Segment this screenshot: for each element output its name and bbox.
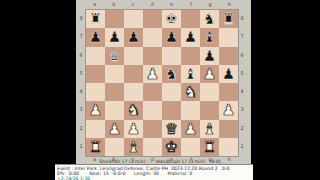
piece-black-bishop[interactable]: ♝ [184, 65, 197, 83]
piece-black-queen[interactable]: ♛ [108, 47, 121, 65]
piece-black-rook[interactable]: ♜ [222, 10, 235, 28]
file-label-f: f [181, 1, 200, 7]
piece-black-pawn[interactable]: ♟ [222, 65, 235, 83]
piece-black-pawn[interactable]: ♟ [127, 28, 140, 46]
rank-label-3: 3 [78, 100, 84, 118]
piece-black-knight[interactable]: ♞ [203, 10, 216, 28]
piece-white-pawn[interactable]: ♟ [184, 120, 197, 138]
rank-label-5: 5 [239, 64, 245, 82]
square-g7[interactable]: ♝ [200, 28, 219, 46]
rank-label-5: 5 [78, 64, 84, 82]
piece-white-pawn[interactable]: ♟ [127, 120, 140, 138]
square-a3[interactable]: ♟ [86, 101, 105, 119]
square-b2[interactable]: ♟ [105, 120, 124, 138]
file-label-b: b [104, 1, 123, 7]
piece-white-knight[interactable]: ♞ [127, 101, 140, 119]
square-g5[interactable]: ♟ [200, 65, 219, 83]
piece-white-bishop[interactable]: ♝ [203, 120, 216, 138]
square-f6[interactable] [181, 47, 200, 65]
piece-black-rook[interactable]: ♜ [89, 10, 102, 28]
square-h6[interactable] [219, 47, 238, 65]
piece-black-bishop[interactable]: ♝ [203, 28, 216, 46]
square-g4[interactable] [200, 83, 219, 101]
square-b1[interactable] [105, 138, 124, 156]
square-d1[interactable] [143, 138, 162, 156]
square-g6[interactable]: ♟ [200, 47, 219, 65]
square-f1[interactable] [181, 138, 200, 156]
square-c3[interactable]: ♞ [124, 101, 143, 119]
video-frame: abcdefgh abcdefgh 87654321 87654321 ♜♚♞♜… [0, 0, 320, 180]
piece-white-queen[interactable]: ♛ [165, 120, 178, 138]
piece-black-pawn[interactable]: ♟ [184, 28, 197, 46]
square-g1[interactable]: ♜ [200, 138, 219, 156]
square-c2[interactable]: ♟ [124, 120, 143, 138]
square-g8[interactable]: ♞ [200, 10, 219, 28]
piece-white-rook[interactable]: ♜ [203, 138, 216, 156]
square-g3[interactable] [200, 101, 219, 119]
square-h8[interactable]: ♜ [219, 10, 238, 28]
square-d7[interactable] [143, 28, 162, 46]
square-h3[interactable]: ♟ [219, 101, 238, 119]
rank-label-1: 1 [239, 137, 245, 155]
square-b6[interactable]: ♛ [105, 47, 124, 65]
square-f8[interactable] [181, 10, 200, 28]
game-info-panel: Event : Inter Park, Leningrad Defense, C… [55, 164, 253, 180]
piece-white-bishop[interactable]: ♝ [127, 138, 140, 156]
piece-white-pawn[interactable]: ♟ [146, 65, 159, 83]
square-e5[interactable]: ♞ [162, 65, 181, 83]
square-d6[interactable] [143, 47, 162, 65]
square-c5[interactable] [124, 65, 143, 83]
square-f7[interactable]: ♟ [181, 28, 200, 46]
square-e4[interactable] [162, 83, 181, 101]
square-b5[interactable] [105, 65, 124, 83]
rank-label-6: 6 [239, 46, 245, 64]
rank-label-4: 4 [78, 82, 84, 100]
event-line: Event : Inter Park, Leningrad Defense, C… [57, 166, 251, 171]
square-a8[interactable]: ♜ [86, 10, 105, 28]
square-e2[interactable]: ♛ [162, 120, 181, 138]
piece-black-pawn[interactable]: ♟ [108, 28, 121, 46]
piece-black-knight[interactable]: ♞ [165, 65, 178, 83]
square-d5[interactable]: ♟ [143, 65, 162, 83]
square-b4[interactable] [105, 83, 124, 101]
rank-label-8: 8 [78, 9, 84, 27]
rank-label-8: 8 [239, 9, 245, 27]
square-f5[interactable]: ♝ [181, 65, 200, 83]
square-h2[interactable] [219, 120, 238, 138]
square-e6[interactable] [162, 47, 181, 65]
file-label-a: a [85, 1, 104, 7]
square-b7[interactable]: ♟ [105, 28, 124, 46]
square-e7[interactable]: ♟ [162, 28, 181, 46]
rank-label-6: 6 [78, 46, 84, 64]
engine-eval-line: +2.74/26 1:36 [57, 176, 251, 180]
rank-label-4: 4 [239, 82, 245, 100]
square-c8[interactable] [124, 10, 143, 28]
rank-label-2: 2 [239, 119, 245, 137]
piece-black-pawn[interactable]: ♟ [203, 47, 216, 65]
file-labels-top: abcdefgh [85, 1, 239, 7]
piece-white-pawn[interactable]: ♟ [203, 65, 216, 83]
piece-white-knight[interactable]: ♞ [184, 83, 197, 101]
square-f3[interactable] [181, 101, 200, 119]
piece-white-pawn[interactable]: ♟ [222, 101, 235, 119]
square-f2[interactable]: ♟ [181, 120, 200, 138]
rank-label-2: 2 [78, 119, 84, 137]
piece-black-king[interactable]: ♚ [165, 10, 178, 28]
players-line: Stockfish 17 (3 min) - Handbrain 17 (3 m… [60, 159, 260, 164]
piece-black-pawn[interactable]: ♟ [89, 28, 102, 46]
piece-white-pawn[interactable]: ♟ [108, 120, 121, 138]
square-c4[interactable] [124, 83, 143, 101]
square-e1[interactable]: ♚ [162, 138, 181, 156]
square-h5[interactable]: ♟ [219, 65, 238, 83]
square-d8[interactable] [143, 10, 162, 28]
square-d2[interactable] [143, 120, 162, 138]
square-a6[interactable] [86, 47, 105, 65]
square-a1[interactable]: ♜ [86, 138, 105, 156]
square-c6[interactable] [124, 47, 143, 65]
square-b8[interactable] [105, 10, 124, 28]
square-g2[interactable]: ♝ [200, 120, 219, 138]
file-label-h: h [220, 1, 239, 7]
square-e8[interactable]: ♚ [162, 10, 181, 28]
square-c7[interactable]: ♟ [124, 28, 143, 46]
file-label-e: e [162, 1, 181, 7]
rank-label-7: 7 [239, 27, 245, 45]
file-label-d: d [143, 1, 162, 7]
square-a2[interactable] [86, 120, 105, 138]
square-h4[interactable] [219, 83, 238, 101]
rank-label-3: 3 [239, 100, 245, 118]
square-d4[interactable] [143, 83, 162, 101]
file-label-c: c [124, 1, 143, 7]
square-b3[interactable] [105, 101, 124, 119]
square-c1[interactable]: ♝ [124, 138, 143, 156]
square-e3[interactable] [162, 101, 181, 119]
rank-label-1: 1 [78, 137, 84, 155]
piece-white-rook[interactable]: ♜ [89, 138, 102, 156]
rank-labels-left: 87654321 [78, 9, 84, 155]
square-h1[interactable] [219, 138, 238, 156]
file-label-g: g [201, 1, 220, 7]
piece-white-king[interactable]: ♚ [165, 138, 178, 156]
square-a4[interactable] [86, 83, 105, 101]
square-a5[interactable] [86, 65, 105, 83]
piece-white-pawn[interactable]: ♟ [89, 101, 102, 119]
square-d3[interactable] [143, 101, 162, 119]
piece-black-pawn[interactable]: ♟ [165, 28, 178, 46]
square-f4[interactable]: ♞ [181, 83, 200, 101]
chess-board[interactable]: ♜♚♞♜♟♟♟♟♟♝♛♟♟♞♝♟♟♞♟♞♟♟♟♛♟♝♜♝♚♜ [85, 9, 239, 157]
rank-label-7: 7 [78, 27, 84, 45]
square-a7[interactable]: ♟ [86, 28, 105, 46]
rank-labels-right: 87654321 [239, 9, 245, 155]
square-h7[interactable] [219, 28, 238, 46]
